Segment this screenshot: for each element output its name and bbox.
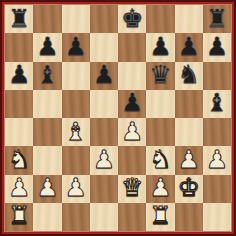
square-c8[interactable] [62,5,90,33]
square-h2[interactable] [203,175,231,203]
piece-white-rook[interactable]: ♜ [149,203,171,228]
square-e8[interactable]: ♚ [118,5,146,33]
square-a8[interactable]: ♜ [5,5,33,33]
piece-white-pawn[interactable]: ♟ [36,175,58,200]
piece-black-pawn[interactable]: ♟ [64,34,86,59]
square-f4[interactable] [146,118,174,146]
board-frame: ♜♚♜♟♟♟♟♟♟♝♟♛♞♟♝♝♟♞♟♞♟♟♟♟♟♛♟♚♜♜ [0,0,236,236]
piece-black-pawn[interactable]: ♟ [177,34,199,59]
piece-white-bishop[interactable]: ♝ [64,119,86,144]
square-a6[interactable]: ♟ [5,62,33,90]
square-e4[interactable]: ♟ [118,118,146,146]
square-d4[interactable] [90,118,118,146]
square-e7[interactable] [118,33,146,61]
piece-black-knight[interactable]: ♞ [177,62,199,87]
square-d5[interactable] [90,90,118,118]
piece-white-pawn[interactable]: ♟ [149,175,171,200]
square-d3[interactable]: ♟ [90,146,118,174]
square-b8[interactable] [33,5,61,33]
square-b6[interactable]: ♝ [33,62,61,90]
square-a4[interactable] [5,118,33,146]
square-f2[interactable]: ♟ [146,175,174,203]
square-g8[interactable] [175,5,203,33]
chess-board: ♜♚♜♟♟♟♟♟♟♝♟♛♞♟♝♝♟♞♟♞♟♟♟♟♟♛♟♚♜♜ [5,5,231,231]
piece-black-pawn[interactable]: ♟ [121,90,143,115]
square-g1[interactable] [175,203,203,231]
square-h8[interactable]: ♜ [203,5,231,33]
piece-black-pawn[interactable]: ♟ [149,34,171,59]
piece-black-bishop[interactable]: ♝ [36,62,58,87]
piece-white-rook[interactable]: ♜ [8,203,30,228]
square-h3[interactable]: ♟ [203,146,231,174]
square-f8[interactable] [146,5,174,33]
square-h5[interactable]: ♝ [203,90,231,118]
square-d6[interactable]: ♟ [90,62,118,90]
square-f6[interactable]: ♛ [146,62,174,90]
square-b2[interactable]: ♟ [33,175,61,203]
piece-white-pawn[interactable]: ♟ [93,147,115,172]
square-e5[interactable]: ♟ [118,90,146,118]
square-g2[interactable]: ♚ [175,175,203,203]
square-c1[interactable] [62,203,90,231]
square-d7[interactable] [90,33,118,61]
square-b4[interactable] [33,118,61,146]
square-e1[interactable] [118,203,146,231]
piece-black-bishop[interactable]: ♝ [206,90,228,115]
piece-white-pawn[interactable]: ♟ [64,175,86,200]
square-c6[interactable] [62,62,90,90]
square-c2[interactable]: ♟ [62,175,90,203]
square-e2[interactable]: ♛ [118,175,146,203]
piece-black-pawn[interactable]: ♟ [206,34,228,59]
square-a3[interactable]: ♞ [5,146,33,174]
piece-white-queen[interactable]: ♛ [121,175,143,200]
square-h7[interactable]: ♟ [203,33,231,61]
piece-white-pawn[interactable]: ♟ [206,147,228,172]
square-h4[interactable] [203,118,231,146]
piece-white-pawn[interactable]: ♟ [121,119,143,144]
square-g5[interactable] [175,90,203,118]
piece-white-knight[interactable]: ♞ [8,147,30,172]
square-h6[interactable] [203,62,231,90]
square-d8[interactable] [90,5,118,33]
piece-white-pawn[interactable]: ♟ [177,147,199,172]
square-c4[interactable]: ♝ [62,118,90,146]
square-b7[interactable]: ♟ [33,33,61,61]
square-f3[interactable]: ♞ [146,146,174,174]
square-f1[interactable]: ♜ [146,203,174,231]
square-f7[interactable]: ♟ [146,33,174,61]
piece-black-queen[interactable]: ♛ [149,62,171,87]
piece-black-rook[interactable]: ♜ [8,6,30,31]
piece-black-pawn[interactable]: ♟ [36,34,58,59]
square-c5[interactable] [62,90,90,118]
square-a5[interactable] [5,90,33,118]
square-g6[interactable]: ♞ [175,62,203,90]
square-g3[interactable]: ♟ [175,146,203,174]
piece-white-king[interactable]: ♚ [177,175,199,200]
square-e3[interactable] [118,146,146,174]
square-e6[interactable] [118,62,146,90]
square-c3[interactable] [62,146,90,174]
square-g4[interactable] [175,118,203,146]
piece-white-knight[interactable]: ♞ [149,147,171,172]
square-a7[interactable] [5,33,33,61]
square-a1[interactable]: ♜ [5,203,33,231]
square-a2[interactable]: ♟ [5,175,33,203]
square-c7[interactable]: ♟ [62,33,90,61]
piece-black-king[interactable]: ♚ [121,6,143,31]
piece-black-rook[interactable]: ♜ [206,6,228,31]
square-b3[interactable] [33,146,61,174]
square-b5[interactable] [33,90,61,118]
piece-white-pawn[interactable]: ♟ [8,175,30,200]
square-d2[interactable] [90,175,118,203]
piece-black-pawn[interactable]: ♟ [8,62,30,87]
square-f5[interactable] [146,90,174,118]
square-b1[interactable] [33,203,61,231]
square-d1[interactable] [90,203,118,231]
piece-black-pawn[interactable]: ♟ [93,62,115,87]
square-g7[interactable]: ♟ [175,33,203,61]
square-h1[interactable] [203,203,231,231]
